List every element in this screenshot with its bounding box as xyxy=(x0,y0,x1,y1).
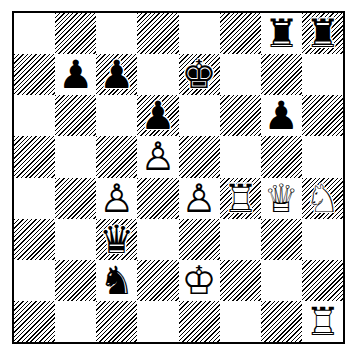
square-f1[interactable] xyxy=(220,301,261,342)
square-c4[interactable]: ♟♙ xyxy=(96,178,137,219)
square-e4[interactable]: ♟♙ xyxy=(179,178,220,219)
black-pawn-icon: ♟ xyxy=(140,96,175,135)
square-d6[interactable]: ♟♟ xyxy=(137,95,178,136)
square-a2[interactable] xyxy=(14,260,55,301)
square-g8[interactable]: ♜♜ xyxy=(261,13,302,54)
square-d3[interactable] xyxy=(137,219,178,260)
square-d2[interactable] xyxy=(137,260,178,301)
square-f4[interactable]: ♜♖ xyxy=(220,178,261,219)
square-g2[interactable] xyxy=(261,260,302,301)
black-rook-icon: ♜ xyxy=(305,14,340,53)
square-d8[interactable] xyxy=(137,13,178,54)
square-e1[interactable] xyxy=(179,301,220,342)
chess-diagram: ♜♜♜♜♟♟♟♟♚♚♟♟♟♟♟♙♟♙♟♙♜♖♛♕♞♘♛♛♞♞♚♔♜♖ xyxy=(0,0,350,350)
square-g4[interactable]: ♛♕ xyxy=(261,178,302,219)
square-c1[interactable] xyxy=(96,301,137,342)
square-a6[interactable] xyxy=(14,95,55,136)
piece-white-king[interactable]: ♚♔ xyxy=(179,260,220,301)
square-h4[interactable]: ♞♘ xyxy=(302,178,343,219)
square-b4[interactable] xyxy=(55,178,96,219)
square-a5[interactable] xyxy=(14,136,55,177)
square-c6[interactable] xyxy=(96,95,137,136)
black-rook-icon: ♜ xyxy=(264,14,299,53)
square-b5[interactable] xyxy=(55,136,96,177)
piece-black-rook[interactable]: ♜♜ xyxy=(261,13,302,54)
square-g1[interactable] xyxy=(261,301,302,342)
piece-white-rook[interactable]: ♜♖ xyxy=(220,178,261,219)
square-e7[interactable]: ♚♚ xyxy=(179,54,220,95)
square-g7[interactable] xyxy=(261,54,302,95)
piece-black-king[interactable]: ♚♚ xyxy=(179,54,220,95)
square-d1[interactable] xyxy=(137,301,178,342)
square-b2[interactable] xyxy=(55,260,96,301)
square-h3[interactable] xyxy=(302,219,343,260)
square-h2[interactable] xyxy=(302,260,343,301)
piece-black-knight[interactable]: ♞♞ xyxy=(96,260,137,301)
square-f5[interactable] xyxy=(220,136,261,177)
square-h1[interactable]: ♜♖ xyxy=(302,301,343,342)
square-h8[interactable]: ♜♜ xyxy=(302,13,343,54)
square-e8[interactable] xyxy=(179,13,220,54)
square-d7[interactable] xyxy=(137,54,178,95)
square-c5[interactable] xyxy=(96,136,137,177)
piece-white-pawn[interactable]: ♟♙ xyxy=(137,136,178,177)
piece-white-pawn[interactable]: ♟♙ xyxy=(96,178,137,219)
square-g3[interactable] xyxy=(261,219,302,260)
piece-black-pawn[interactable]: ♟♟ xyxy=(261,95,302,136)
square-h7[interactable] xyxy=(302,54,343,95)
square-c8[interactable] xyxy=(96,13,137,54)
white-queen-icon: ♕ xyxy=(264,179,299,218)
square-b6[interactable] xyxy=(55,95,96,136)
white-pawn-icon: ♙ xyxy=(99,179,134,218)
square-f6[interactable] xyxy=(220,95,261,136)
chess-board: ♜♜♜♜♟♟♟♟♚♚♟♟♟♟♟♙♟♙♟♙♜♖♛♕♞♘♛♛♞♞♚♔♜♖ xyxy=(12,11,345,344)
square-c2[interactable]: ♞♞ xyxy=(96,260,137,301)
square-f3[interactable] xyxy=(220,219,261,260)
square-c7[interactable]: ♟♟ xyxy=(96,54,137,95)
square-d4[interactable] xyxy=(137,178,178,219)
square-b8[interactable] xyxy=(55,13,96,54)
black-king-icon: ♚ xyxy=(182,55,217,94)
square-a7[interactable] xyxy=(14,54,55,95)
black-knight-icon: ♞ xyxy=(99,261,134,300)
piece-black-queen[interactable]: ♛♛ xyxy=(96,219,137,260)
square-a1[interactable] xyxy=(14,301,55,342)
square-a3[interactable] xyxy=(14,219,55,260)
square-b1[interactable] xyxy=(55,301,96,342)
black-pawn-icon: ♟ xyxy=(99,55,134,94)
square-f8[interactable] xyxy=(220,13,261,54)
square-d5[interactable]: ♟♙ xyxy=(137,136,178,177)
piece-black-pawn[interactable]: ♟♟ xyxy=(55,54,96,95)
square-e2[interactable]: ♚♔ xyxy=(179,260,220,301)
piece-white-knight[interactable]: ♞♘ xyxy=(302,178,343,219)
white-knight-icon: ♘ xyxy=(305,179,340,218)
white-rook-icon: ♖ xyxy=(305,302,340,341)
piece-white-queen[interactable]: ♛♕ xyxy=(261,178,302,219)
piece-black-rook[interactable]: ♜♜ xyxy=(302,13,343,54)
square-h6[interactable] xyxy=(302,95,343,136)
piece-white-rook[interactable]: ♜♖ xyxy=(302,301,343,342)
square-e6[interactable] xyxy=(179,95,220,136)
piece-black-pawn[interactable]: ♟♟ xyxy=(137,95,178,136)
square-f7[interactable] xyxy=(220,54,261,95)
white-pawn-icon: ♙ xyxy=(140,137,175,176)
black-pawn-icon: ♟ xyxy=(264,96,299,135)
square-e3[interactable] xyxy=(179,219,220,260)
piece-white-pawn[interactable]: ♟♙ xyxy=(179,178,220,219)
square-a8[interactable] xyxy=(14,13,55,54)
square-a4[interactable] xyxy=(14,178,55,219)
square-g6[interactable]: ♟♟ xyxy=(261,95,302,136)
white-pawn-icon: ♙ xyxy=(182,179,217,218)
white-king-icon: ♔ xyxy=(182,261,217,300)
black-queen-icon: ♛ xyxy=(99,220,134,259)
black-pawn-icon: ♟ xyxy=(58,55,93,94)
square-b3[interactable] xyxy=(55,219,96,260)
square-c3[interactable]: ♛♛ xyxy=(96,219,137,260)
square-f2[interactable] xyxy=(220,260,261,301)
white-rook-icon: ♖ xyxy=(223,179,258,218)
square-h5[interactable] xyxy=(302,136,343,177)
square-e5[interactable] xyxy=(179,136,220,177)
square-b7[interactable]: ♟♟ xyxy=(55,54,96,95)
square-g5[interactable] xyxy=(261,136,302,177)
piece-black-pawn[interactable]: ♟♟ xyxy=(96,54,137,95)
